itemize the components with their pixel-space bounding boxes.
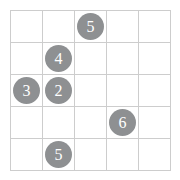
cell-r1c2[interactable]	[75, 43, 107, 75]
clue-circle-r3c3: 6	[109, 109, 136, 136]
clue-circle-r2c0: 3	[13, 77, 40, 104]
cell-r4c4[interactable]	[139, 139, 171, 171]
cell-r2c3[interactable]	[107, 75, 139, 107]
clue-circle-r1c1: 4	[45, 45, 72, 72]
cell-r2c1: 2	[43, 75, 75, 107]
cell-r1c4[interactable]	[139, 43, 171, 75]
cell-r3c3: 6	[107, 107, 139, 139]
cell-r3c4[interactable]	[139, 107, 171, 139]
cell-r1c0[interactable]	[11, 43, 43, 75]
cell-r4c0[interactable]	[11, 139, 43, 171]
cell-r4c3[interactable]	[107, 139, 139, 171]
cell-r4c1: 5	[43, 139, 75, 171]
cell-r2c4[interactable]	[139, 75, 171, 107]
cell-r3c2[interactable]	[75, 107, 107, 139]
cell-r1c1: 4	[43, 43, 75, 75]
clue-circle-r0c2: 5	[77, 13, 104, 40]
cell-r1c3[interactable]	[107, 43, 139, 75]
cell-r0c4[interactable]	[139, 11, 171, 43]
cell-r2c2[interactable]	[75, 75, 107, 107]
cell-r3c1[interactable]	[43, 107, 75, 139]
cell-r4c2[interactable]	[75, 139, 107, 171]
cell-r0c1[interactable]	[43, 11, 75, 43]
puzzle-board: 543265	[10, 10, 171, 171]
clue-circle-r2c1: 2	[45, 77, 72, 104]
cell-r0c2: 5	[75, 11, 107, 43]
cell-r0c3[interactable]	[107, 11, 139, 43]
cell-r2c0: 3	[11, 75, 43, 107]
puzzle-page: 543265	[0, 0, 180, 180]
cell-r3c0[interactable]	[11, 107, 43, 139]
cell-r0c0[interactable]	[11, 11, 43, 43]
clue-circle-r4c1: 5	[45, 141, 72, 168]
